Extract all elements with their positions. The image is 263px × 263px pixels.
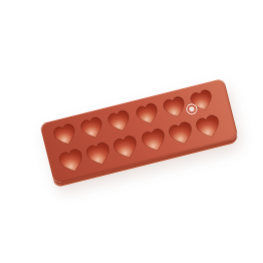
heart-cavity-shape — [111, 132, 142, 163]
product-photo — [0, 0, 263, 263]
cavity-grid — [50, 85, 224, 177]
heart-cavity-shape — [84, 139, 115, 170]
tray-wrapper — [39, 78, 238, 184]
heart-mold-tray — [39, 78, 238, 184]
heart-cavity-shape — [133, 100, 162, 128]
heart-cavity-shape — [138, 125, 169, 156]
heart-cavity — [193, 111, 224, 142]
heart-cavity-shape — [78, 114, 107, 142]
heart-cavity — [138, 125, 169, 156]
heart-cavity-shape — [56, 146, 87, 177]
heart-cavity-shape — [166, 119, 197, 150]
heart-cavity-shape — [106, 107, 135, 135]
heart-cavity-shape — [193, 112, 224, 143]
heart-cavity-shape — [51, 121, 80, 149]
heart-cavity — [111, 132, 142, 163]
heart-cavity — [84, 139, 115, 170]
heart-cavity — [57, 145, 88, 176]
heart-cavity — [166, 118, 197, 149]
heart-cavity-shape — [160, 94, 189, 122]
